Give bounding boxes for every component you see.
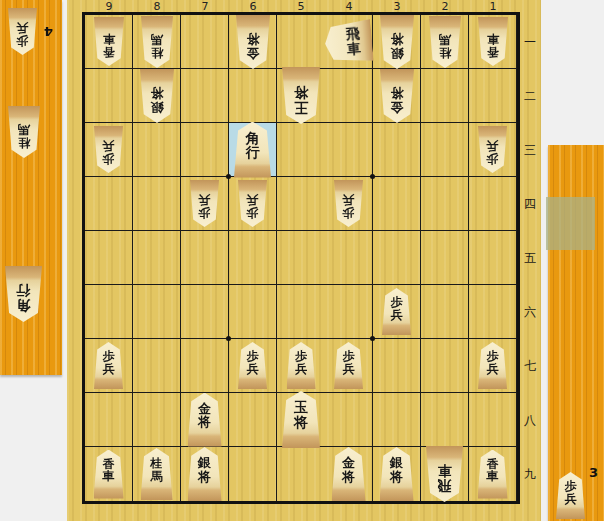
square-38[interactable] — [373, 393, 421, 447]
piece-kanji: 馬 — [439, 33, 451, 46]
square-95[interactable] — [85, 231, 133, 285]
star-point — [370, 336, 375, 341]
square-44[interactable]: 歩兵 — [325, 177, 373, 231]
square-26[interactable] — [421, 285, 469, 339]
piece-gote-pawn[interactable]: 歩兵 — [94, 126, 123, 173]
piece-sente-gold[interactable]: 金将 — [332, 447, 366, 501]
square-93[interactable]: 歩兵 — [85, 123, 133, 177]
piece-kanji: 歩 — [295, 350, 307, 363]
square-66[interactable] — [229, 285, 277, 339]
square-28[interactable] — [421, 393, 469, 447]
piece-gote-knight[interactable]: 桂馬 — [141, 16, 173, 68]
piece-kanji: 歩 — [343, 206, 355, 219]
rank-label-7: 七 — [519, 339, 541, 393]
piece-sente-bishop[interactable]: 角行 — [234, 122, 271, 178]
piece-kanji: 車 — [103, 33, 115, 46]
square-48[interactable] — [325, 393, 373, 447]
square-47[interactable]: 歩兵 — [325, 339, 373, 393]
piece-kanji: 将 — [198, 470, 211, 484]
piece-kanji: 銀 — [390, 46, 403, 60]
piece-kanji: 将 — [390, 32, 403, 46]
gote-captured-stand: 歩兵4桂馬角行 — [0, 0, 62, 375]
hand-slot: 桂馬 — [8, 106, 40, 158]
hand-origin-highlight — [546, 197, 595, 250]
piece-kanji: 歩 — [487, 152, 499, 165]
piece-kanji: 銀 — [390, 456, 403, 470]
square-91[interactable]: 香車 — [85, 15, 133, 69]
piece-kanji: 将 — [294, 86, 308, 101]
piece-kanji: 馬 — [151, 470, 163, 483]
piece-kanji: 車 — [438, 464, 452, 479]
square-92[interactable] — [85, 69, 133, 123]
square-83[interactable] — [133, 123, 181, 177]
square-51[interactable] — [277, 15, 325, 69]
piece-kanji: 香 — [103, 45, 115, 58]
piece-kanji: 金 — [198, 402, 211, 416]
piece-gote-pawn[interactable]: 歩兵 — [478, 126, 507, 173]
square-72[interactable] — [181, 69, 229, 123]
square-19[interactable]: 香車 — [469, 447, 517, 501]
piece-kanji: 将 — [150, 86, 163, 100]
square-78[interactable]: 金将 — [181, 393, 229, 447]
square-65[interactable] — [229, 231, 277, 285]
rank-label-6: 六 — [519, 285, 541, 339]
piece-gote-knight[interactable]: 桂馬 — [8, 106, 40, 158]
square-58[interactable]: 玉将 — [277, 393, 325, 447]
piece-gote-bishop[interactable]: 角行 — [5, 266, 42, 322]
square-96[interactable] — [85, 285, 133, 339]
piece-kanji: 兵 — [103, 363, 115, 376]
piece-kanji: 将 — [390, 86, 403, 100]
square-68[interactable] — [229, 393, 277, 447]
square-82[interactable]: 銀将 — [133, 69, 181, 123]
piece-kanji: 歩 — [247, 206, 259, 219]
piece-sente-pawn[interactable]: 歩兵 — [238, 342, 267, 389]
piece-kanji: 歩 — [103, 350, 115, 363]
square-87[interactable] — [133, 339, 181, 393]
piece-sente-lance[interactable]: 香車 — [478, 450, 508, 499]
rank-label-3: 三 — [519, 123, 541, 177]
square-36[interactable]: 歩兵 — [373, 285, 421, 339]
square-61[interactable]: 金将 — [229, 15, 277, 69]
hand-count: 3 — [589, 465, 598, 480]
square-35[interactable] — [373, 231, 421, 285]
piece-kanji: 兵 — [17, 22, 29, 35]
square-46[interactable] — [325, 285, 373, 339]
square-45[interactable] — [325, 231, 373, 285]
piece-kanji: 歩 — [487, 350, 499, 363]
square-29[interactable]: 飛車 — [421, 447, 469, 501]
hand-count: 4 — [44, 24, 53, 39]
piece-gote-king[interactable]: 王将 — [282, 67, 320, 124]
piece-kanji: 将 — [246, 32, 259, 46]
square-76[interactable] — [181, 285, 229, 339]
piece-sente-pawn[interactable]: 歩兵 — [478, 342, 507, 389]
piece-sente-lance[interactable]: 香車 — [94, 450, 124, 499]
piece-kanji: 金 — [246, 46, 259, 60]
square-64[interactable]: 歩兵 — [229, 177, 277, 231]
piece-kanji: 兵 — [343, 194, 355, 207]
piece-kanji: 兵 — [391, 309, 403, 322]
square-33[interactable] — [373, 123, 421, 177]
piece-gote-pawn[interactable]: 歩兵 — [190, 180, 219, 227]
square-94[interactable] — [85, 177, 133, 231]
piece-kanji: 兵 — [343, 363, 355, 376]
square-69[interactable] — [229, 447, 277, 501]
square-24[interactable] — [421, 177, 469, 231]
piece-kanji: 歩 — [565, 480, 577, 493]
piece-kanji: 金 — [342, 456, 355, 470]
square-23[interactable] — [421, 123, 469, 177]
square-73[interactable] — [181, 123, 229, 177]
piece-gote-silver[interactable]: 銀将 — [140, 69, 174, 123]
square-27[interactable] — [421, 339, 469, 393]
square-14[interactable] — [469, 177, 517, 231]
piece-kanji: 角 — [17, 298, 31, 313]
square-85[interactable] — [133, 231, 181, 285]
rank-label-8: 八 — [519, 393, 541, 447]
piece-kanji: 桂 — [439, 46, 451, 59]
piece-kanji: 歩 — [343, 350, 355, 363]
square-77[interactable] — [181, 339, 229, 393]
square-37[interactable] — [373, 339, 421, 393]
piece-kanji: 兵 — [103, 140, 115, 153]
square-31[interactable]: 銀将 — [373, 15, 421, 69]
square-53[interactable] — [277, 123, 325, 177]
piece-kanji: 桂 — [18, 136, 30, 149]
piece-kanji: 桂 — [151, 457, 163, 470]
piece-kanji: 銀 — [198, 456, 211, 470]
rank-label-2: 二 — [519, 69, 541, 123]
square-84[interactable] — [133, 177, 181, 231]
piece-sente-king[interactable]: 玉将 — [282, 391, 320, 448]
square-74[interactable]: 歩兵 — [181, 177, 229, 231]
square-34[interactable] — [373, 177, 421, 231]
piece-kanji: 兵 — [487, 140, 499, 153]
piece-sente-pawn[interactable]: 歩兵 — [287, 342, 316, 389]
piece-kanji: 兵 — [247, 363, 259, 376]
square-59[interactable] — [277, 447, 325, 501]
square-55[interactable] — [277, 231, 325, 285]
piece-kanji: 歩 — [103, 152, 115, 165]
piece-gote-silver[interactable]: 銀将 — [380, 15, 414, 69]
piece-kanji: 歩 — [199, 206, 211, 219]
piece-sente-rook[interactable]: 飛車 — [323, 19, 373, 65]
piece-kanji: 車 — [487, 33, 499, 46]
square-89[interactable]: 桂馬 — [133, 447, 181, 501]
star-point — [226, 174, 231, 179]
square-54[interactable] — [277, 177, 325, 231]
piece-sente-silver[interactable]: 銀将 — [188, 447, 222, 501]
shogi-board-grid: 香車桂馬金将飛車銀将桂馬香車銀将王将金将歩兵角行歩兵歩兵歩兵歩兵歩兵歩兵歩兵歩兵… — [82, 12, 520, 504]
square-15[interactable] — [469, 231, 517, 285]
piece-kanji: 将 — [198, 415, 211, 429]
hand-slot: 角行 — [5, 266, 42, 322]
square-13[interactable]: 歩兵 — [469, 123, 517, 177]
square-42[interactable] — [325, 69, 373, 123]
piece-kanji: 王 — [294, 100, 308, 115]
piece-gote-knight[interactable]: 桂馬 — [429, 16, 461, 68]
square-21[interactable]: 桂馬 — [421, 15, 469, 69]
piece-sente-silver[interactable]: 銀将 — [380, 447, 414, 501]
piece-gote-lance[interactable]: 香車 — [478, 17, 508, 66]
piece-kanji: 角 — [246, 131, 260, 146]
piece-sente-pawn[interactable]: 歩兵 — [334, 342, 363, 389]
piece-sente-pawn[interactable]: 歩兵 — [382, 288, 411, 335]
piece-kanji: 桂 — [151, 46, 163, 59]
square-99[interactable]: 香車 — [85, 447, 133, 501]
square-75[interactable] — [181, 231, 229, 285]
piece-kanji: 車 — [347, 40, 362, 56]
star-point — [370, 174, 375, 179]
piece-kanji: 行 — [17, 284, 31, 299]
square-12[interactable] — [469, 69, 517, 123]
piece-kanji: 将 — [294, 415, 308, 430]
star-point — [226, 336, 231, 341]
square-49[interactable]: 金将 — [325, 447, 373, 501]
hand-slot: 歩兵 — [556, 472, 585, 519]
piece-kanji: 歩 — [17, 34, 29, 47]
piece-sente-gold[interactable]: 金将 — [188, 393, 222, 447]
square-97[interactable]: 歩兵 — [85, 339, 133, 393]
piece-kanji: 兵 — [295, 363, 307, 376]
piece-gote-pawn[interactable]: 歩兵 — [334, 180, 363, 227]
piece-kanji: 金 — [390, 100, 403, 114]
piece-kanji: 車 — [103, 470, 115, 483]
piece-kanji: 銀 — [150, 100, 163, 114]
square-18[interactable] — [469, 393, 517, 447]
piece-kanji: 玉 — [294, 400, 308, 415]
piece-kanji: 将 — [390, 470, 403, 484]
piece-gote-lance[interactable]: 香車 — [94, 17, 124, 66]
square-57[interactable]: 歩兵 — [277, 339, 325, 393]
square-62[interactable] — [229, 69, 277, 123]
piece-gote-pawn[interactable]: 歩兵 — [238, 180, 267, 227]
square-22[interactable] — [421, 69, 469, 123]
piece-kanji: 香 — [487, 45, 499, 58]
piece-kanji: 兵 — [565, 493, 577, 506]
rank-label-4: 四 — [519, 177, 541, 231]
piece-kanji: 将 — [342, 470, 355, 484]
piece-kanji: 馬 — [151, 33, 163, 46]
square-88[interactable] — [133, 393, 181, 447]
hand-slot: 歩兵 — [8, 8, 37, 55]
piece-kanji: 車 — [487, 470, 499, 483]
piece-gote-rook[interactable]: 飛車 — [426, 446, 463, 502]
piece-kanji: 飛 — [438, 478, 452, 493]
square-71[interactable] — [181, 15, 229, 69]
square-41[interactable]: 飛車 — [325, 15, 373, 69]
square-56[interactable] — [277, 285, 325, 339]
square-79[interactable]: 銀将 — [181, 447, 229, 501]
piece-kanji: 行 — [246, 145, 260, 160]
square-25[interactable] — [421, 231, 469, 285]
piece-kanji: 馬 — [18, 124, 30, 137]
rank-label-5: 五 — [519, 231, 541, 285]
rank-label-1: 一 — [519, 15, 541, 69]
rank-label-9: 九 — [519, 447, 541, 501]
piece-gote-pawn[interactable]: 歩兵 — [8, 8, 37, 55]
piece-kanji: 歩 — [391, 296, 403, 309]
square-11[interactable]: 香車 — [469, 15, 517, 69]
piece-kanji: 兵 — [247, 194, 259, 207]
piece-gote-gold[interactable]: 金将 — [236, 15, 270, 69]
square-63[interactable]: 角行 — [229, 123, 277, 177]
piece-gote-gold[interactable]: 金将 — [380, 69, 414, 123]
square-32[interactable]: 金将 — [373, 69, 421, 123]
square-86[interactable] — [133, 285, 181, 339]
rank-labels: 一二三四五六七八九 — [519, 15, 541, 501]
square-52[interactable]: 王将 — [277, 69, 325, 123]
square-67[interactable]: 歩兵 — [229, 339, 277, 393]
square-16[interactable] — [469, 285, 517, 339]
piece-kanji: 兵 — [487, 363, 499, 376]
sente-captured-stand: 歩兵3 — [548, 145, 604, 521]
piece-kanji: 歩 — [247, 350, 259, 363]
piece-sente-pawn[interactable]: 歩兵 — [94, 342, 123, 389]
square-81[interactable]: 桂馬 — [133, 15, 181, 69]
piece-sente-knight[interactable]: 桂馬 — [141, 448, 173, 500]
square-98[interactable] — [85, 393, 133, 447]
square-43[interactable] — [325, 123, 373, 177]
piece-sente-pawn[interactable]: 歩兵 — [556, 472, 585, 519]
square-39[interactable]: 銀将 — [373, 447, 421, 501]
piece-kanji: 兵 — [199, 194, 211, 207]
square-17[interactable]: 歩兵 — [469, 339, 517, 393]
